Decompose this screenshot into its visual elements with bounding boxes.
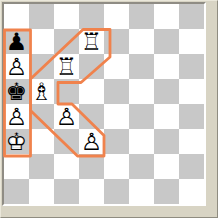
square-h7[interactable] — [179, 29, 204, 54]
square-d8[interactable] — [79, 4, 104, 29]
king-glyph-solid: ♚ — [4, 79, 29, 104]
square-f6[interactable] — [129, 54, 154, 79]
square-f1[interactable] — [129, 179, 154, 204]
pawn-glyph-outline: ♙ — [54, 104, 79, 129]
square-e2[interactable] — [104, 154, 129, 179]
square-e4[interactable] — [104, 104, 129, 129]
piece-white-pawn-d3[interactable]: ♟♙ — [79, 129, 104, 154]
piece-white-pawn-a6[interactable]: ♟♙ — [4, 54, 29, 79]
square-h1[interactable] — [179, 179, 204, 204]
square-b6[interactable] — [29, 54, 54, 79]
chess-board: ♟♜♖♟♙♜♖♚♝♗♟♙♟♙♚♔♟♙ — [4, 4, 204, 204]
square-g1[interactable] — [154, 179, 179, 204]
square-a1[interactable] — [4, 179, 29, 204]
square-g7[interactable] — [154, 29, 179, 54]
piece-white-pawn-a4[interactable]: ♟♙ — [4, 104, 29, 129]
rook-glyph-outline: ♖ — [79, 29, 104, 54]
square-h4[interactable] — [179, 104, 204, 129]
piece-white-king-a3[interactable]: ♚♔ — [4, 129, 29, 154]
square-g3[interactable] — [154, 129, 179, 154]
square-f7[interactable] — [129, 29, 154, 54]
square-b7[interactable] — [29, 29, 54, 54]
square-c2[interactable] — [54, 154, 79, 179]
square-d7[interactable]: ♜♖ — [79, 29, 104, 54]
piece-white-rook-d7[interactable]: ♜♖ — [79, 29, 104, 54]
square-b5[interactable]: ♝♗ — [29, 79, 54, 104]
pawn-glyph-outline: ♙ — [4, 104, 29, 129]
square-g5[interactable] — [154, 79, 179, 104]
square-a7[interactable]: ♟ — [4, 29, 29, 54]
square-d2[interactable] — [79, 154, 104, 179]
square-h3[interactable] — [179, 129, 204, 154]
square-d4[interactable] — [79, 104, 104, 129]
board-frame: ♟♜♖♟♙♜♖♚♝♗♟♙♟♙♚♔♟♙ — [0, 0, 218, 218]
square-c7[interactable] — [54, 29, 79, 54]
square-a6[interactable]: ♟♙ — [4, 54, 29, 79]
square-c5[interactable] — [54, 79, 79, 104]
piece-white-rook-c6[interactable]: ♜♖ — [54, 54, 79, 79]
square-h6[interactable] — [179, 54, 204, 79]
square-b2[interactable] — [29, 154, 54, 179]
piece-white-pawn-c4[interactable]: ♟♙ — [54, 104, 79, 129]
square-a4[interactable]: ♟♙ — [4, 104, 29, 129]
king-glyph-outline: ♔ — [4, 129, 29, 154]
square-c4[interactable]: ♟♙ — [54, 104, 79, 129]
square-e8[interactable] — [104, 4, 129, 29]
square-f8[interactable] — [129, 4, 154, 29]
square-g6[interactable] — [154, 54, 179, 79]
square-e6[interactable] — [104, 54, 129, 79]
square-d6[interactable] — [79, 54, 104, 79]
square-d5[interactable] — [79, 79, 104, 104]
square-c1[interactable] — [54, 179, 79, 204]
square-b3[interactable] — [29, 129, 54, 154]
piece-black-pawn-a7[interactable]: ♟ — [4, 29, 29, 54]
square-b4[interactable] — [29, 104, 54, 129]
rook-glyph-outline: ♖ — [54, 54, 79, 79]
square-a8[interactable] — [4, 4, 29, 29]
square-g8[interactable] — [154, 4, 179, 29]
bishop-glyph-outline: ♗ — [29, 79, 54, 104]
square-c8[interactable] — [54, 4, 79, 29]
square-f2[interactable] — [129, 154, 154, 179]
square-h2[interactable] — [179, 154, 204, 179]
square-h5[interactable] — [179, 79, 204, 104]
square-c3[interactable] — [54, 129, 79, 154]
square-b8[interactable] — [29, 4, 54, 29]
square-f5[interactable] — [129, 79, 154, 104]
square-e1[interactable] — [104, 179, 129, 204]
square-e5[interactable] — [104, 79, 129, 104]
square-c6[interactable]: ♜♖ — [54, 54, 79, 79]
pawn-glyph-outline: ♙ — [79, 129, 104, 154]
square-a2[interactable] — [4, 154, 29, 179]
square-e7[interactable] — [104, 29, 129, 54]
pawn-glyph-solid: ♟ — [4, 29, 29, 54]
piece-black-king-a5[interactable]: ♚ — [4, 79, 29, 104]
piece-white-bishop-b5[interactable]: ♝♗ — [29, 79, 54, 104]
square-h8[interactable] — [179, 4, 204, 29]
square-g4[interactable] — [154, 104, 179, 129]
square-e3[interactable] — [104, 129, 129, 154]
square-g2[interactable] — [154, 154, 179, 179]
square-a5[interactable]: ♚ — [4, 79, 29, 104]
square-f4[interactable] — [129, 104, 154, 129]
square-b1[interactable] — [29, 179, 54, 204]
square-d1[interactable] — [79, 179, 104, 204]
square-f3[interactable] — [129, 129, 154, 154]
pawn-glyph-outline: ♙ — [4, 54, 29, 79]
square-d3[interactable]: ♟♙ — [79, 129, 104, 154]
square-a3[interactable]: ♚♔ — [4, 129, 29, 154]
